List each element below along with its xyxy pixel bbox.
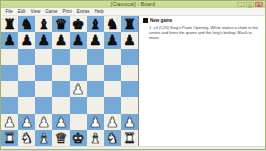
square-d3[interactable] bbox=[52, 97, 69, 113]
piece-white-pawn[interactable]: ♟ bbox=[55, 115, 68, 129]
minimize-button[interactable]: – bbox=[237, 2, 245, 7]
square-a6[interactable] bbox=[1, 49, 18, 65]
square-f5[interactable] bbox=[87, 65, 104, 81]
square-d5[interactable] bbox=[52, 65, 69, 81]
maximize-button[interactable]: ▢ bbox=[246, 2, 254, 7]
square-c5[interactable] bbox=[35, 65, 52, 81]
square-f4[interactable] bbox=[87, 81, 104, 97]
title-bar[interactable]: [Classical] - Board – ▢ ✕ bbox=[1, 1, 265, 8]
square-a1[interactable]: ♜ bbox=[1, 130, 18, 146]
piece-black-pawn[interactable]: ♟ bbox=[72, 33, 85, 47]
square-c7[interactable]: ♟ bbox=[35, 32, 52, 48]
square-f1[interactable]: ♝ bbox=[87, 130, 104, 146]
square-a5[interactable] bbox=[1, 65, 18, 81]
square-d7[interactable]: ♟ bbox=[52, 32, 69, 48]
square-e5[interactable] bbox=[70, 65, 87, 81]
piece-white-pawn[interactable]: ♟ bbox=[38, 115, 51, 129]
status-text: Elapsed 0:00 bbox=[236, 148, 259, 151]
piece-white-knight[interactable]: ♞ bbox=[20, 131, 33, 145]
menu-bar: FileEditViewGamePrintExtrasHelp bbox=[1, 8, 265, 16]
square-f7[interactable]: ♟ bbox=[87, 32, 104, 48]
square-a2[interactable]: ♟ bbox=[1, 114, 18, 130]
square-d8[interactable]: ♛ bbox=[52, 16, 69, 32]
square-c3[interactable] bbox=[35, 97, 52, 113]
square-f2[interactable]: ♟ bbox=[87, 114, 104, 130]
square-b8[interactable]: ♞ bbox=[18, 16, 35, 32]
piece-white-pawn[interactable]: ♟ bbox=[20, 115, 33, 129]
square-h2[interactable]: ♟ bbox=[121, 114, 138, 130]
square-e1[interactable]: ♚ bbox=[70, 130, 87, 146]
menu-help[interactable]: Help bbox=[92, 9, 106, 15]
square-c6[interactable] bbox=[35, 49, 52, 65]
piece-white-pawn[interactable]: ♟ bbox=[106, 115, 119, 129]
game-header: New game bbox=[143, 18, 262, 23]
annotation-text: 1. e4 (C20) King's Pawn Opening. White s… bbox=[143, 25, 262, 40]
menu-game[interactable]: Game bbox=[43, 9, 60, 15]
square-g4[interactable] bbox=[104, 81, 121, 97]
square-f3[interactable] bbox=[87, 97, 104, 113]
square-d4[interactable] bbox=[52, 81, 69, 97]
square-e4[interactable]: ♟ bbox=[70, 81, 87, 97]
piece-black-knight[interactable]: ♞ bbox=[20, 17, 33, 31]
notation-panel[interactable]: New game 1. e4 (C20) King's Pawn Opening… bbox=[139, 16, 265, 146]
square-d1[interactable]: ♛ bbox=[52, 130, 69, 146]
square-h8[interactable]: ♜ bbox=[121, 16, 138, 32]
piece-black-king[interactable]: ♚ bbox=[72, 17, 85, 31]
square-f6[interactable] bbox=[87, 49, 104, 65]
square-b4[interactable] bbox=[18, 81, 35, 97]
piece-white-knight[interactable]: ♞ bbox=[106, 131, 119, 145]
square-a7[interactable]: ♟ bbox=[1, 32, 18, 48]
annotation-body: (C20) King's Pawn Opening. White stakes … bbox=[149, 25, 258, 40]
piece-white-bishop[interactable]: ♝ bbox=[89, 131, 102, 145]
square-b6[interactable] bbox=[18, 49, 35, 65]
piece-black-pawn[interactable]: ♟ bbox=[89, 33, 102, 47]
status-bar: Elapsed 0:00 bbox=[1, 146, 265, 150]
piece-white-bishop[interactable]: ♝ bbox=[38, 131, 51, 145]
piece-black-pawn[interactable]: ♟ bbox=[123, 33, 136, 47]
square-g7[interactable]: ♟ bbox=[104, 32, 121, 48]
square-g3[interactable] bbox=[104, 97, 121, 113]
square-g8[interactable]: ♞ bbox=[104, 16, 121, 32]
piece-black-pawn[interactable]: ♟ bbox=[20, 33, 33, 47]
square-d2[interactable]: ♟ bbox=[52, 114, 69, 130]
piece-black-pawn[interactable]: ♟ bbox=[38, 33, 51, 47]
square-e8[interactable]: ♚ bbox=[70, 16, 87, 32]
piece-black-bishop[interactable]: ♝ bbox=[89, 17, 102, 31]
square-b2[interactable]: ♟ bbox=[18, 114, 35, 130]
square-a8[interactable]: ♜ bbox=[1, 16, 18, 32]
square-h1[interactable]: ♜ bbox=[121, 130, 138, 146]
square-h7[interactable]: ♟ bbox=[121, 32, 138, 48]
piece-white-pawn[interactable]: ♟ bbox=[123, 115, 136, 129]
piece-white-rook[interactable]: ♜ bbox=[123, 131, 136, 145]
square-h4[interactable] bbox=[121, 81, 138, 97]
square-e7[interactable]: ♟ bbox=[70, 32, 87, 48]
piece-black-rook[interactable]: ♜ bbox=[123, 17, 136, 31]
square-h5[interactable] bbox=[121, 65, 138, 81]
square-a3[interactable] bbox=[1, 97, 18, 113]
square-c2[interactable]: ♟ bbox=[35, 114, 52, 130]
piece-white-king[interactable]: ♚ bbox=[72, 131, 85, 145]
window-title: [Classical] - Board bbox=[111, 1, 155, 8]
square-e2[interactable] bbox=[70, 114, 87, 130]
menu-edit[interactable]: Edit bbox=[15, 9, 28, 15]
square-b7[interactable]: ♟ bbox=[18, 32, 35, 48]
square-c4[interactable] bbox=[35, 81, 52, 97]
piece-black-bishop[interactable]: ♝ bbox=[38, 17, 51, 31]
piece-black-pawn[interactable]: ♟ bbox=[55, 33, 68, 47]
piece-black-pawn[interactable]: ♟ bbox=[3, 33, 16, 47]
square-b1[interactable]: ♞ bbox=[18, 130, 35, 146]
main-content: ♜♞♝♛♚♝♞♜♟♟♟♟♟♟♟♟♟♟♟♟♟♟♟♟♜♞♝♛♚♝♞♜ New gam… bbox=[1, 16, 265, 146]
caption-buttons: – ▢ ✕ bbox=[237, 2, 263, 7]
menu-extras[interactable]: Extras bbox=[74, 9, 92, 15]
game-header-label: New game bbox=[150, 18, 172, 23]
piece-white-pawn[interactable]: ♟ bbox=[3, 115, 16, 129]
piece-black-knight[interactable]: ♞ bbox=[106, 17, 119, 31]
piece-black-rook[interactable]: ♜ bbox=[3, 17, 16, 31]
menu-file[interactable]: File bbox=[3, 9, 15, 15]
piece-white-rook[interactable]: ♜ bbox=[3, 131, 16, 145]
close-button[interactable]: ✕ bbox=[255, 2, 263, 7]
square-e3[interactable] bbox=[70, 97, 87, 113]
piece-white-pawn[interactable]: ♟ bbox=[72, 82, 85, 96]
chess-board[interactable]: ♜♞♝♛♚♝♞♜♟♟♟♟♟♟♟♟♟♟♟♟♟♟♟♟♜♞♝♛♚♝♞♜ bbox=[1, 16, 139, 146]
piece-white-queen[interactable]: ♛ bbox=[55, 131, 68, 145]
square-d6[interactable] bbox=[52, 49, 69, 65]
square-g2[interactable]: ♟ bbox=[104, 114, 121, 130]
square-c8[interactable]: ♝ bbox=[35, 16, 52, 32]
menu-view[interactable]: View bbox=[28, 9, 43, 15]
piece-black-queen[interactable]: ♛ bbox=[55, 17, 68, 31]
black-to-move-icon bbox=[143, 18, 148, 23]
chess-app-window: [Classical] - Board – ▢ ✕ FileEditViewGa… bbox=[0, 0, 266, 150]
square-g1[interactable]: ♞ bbox=[104, 130, 121, 146]
square-g5[interactable] bbox=[104, 65, 121, 81]
menu-print[interactable]: Print bbox=[60, 9, 74, 15]
square-a4[interactable] bbox=[1, 81, 18, 97]
square-h6[interactable] bbox=[121, 49, 138, 65]
square-b5[interactable] bbox=[18, 65, 35, 81]
square-h3[interactable] bbox=[121, 97, 138, 113]
square-f8[interactable]: ♝ bbox=[87, 16, 104, 32]
square-g6[interactable] bbox=[104, 49, 121, 65]
square-c1[interactable]: ♝ bbox=[35, 130, 52, 146]
piece-black-pawn[interactable]: ♟ bbox=[106, 33, 119, 47]
square-b3[interactable] bbox=[18, 97, 35, 113]
square-e6[interactable] bbox=[70, 49, 87, 65]
piece-white-pawn[interactable]: ♟ bbox=[89, 115, 102, 129]
